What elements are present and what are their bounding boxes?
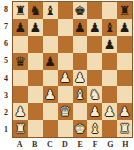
piece-white-pawn-a2[interactable]: ♟	[15, 105, 27, 118]
square-a8[interactable]: ♜	[13, 2, 28, 19]
square-h5[interactable]	[117, 53, 132, 70]
file-label-d: D	[57, 138, 72, 150]
square-d1[interactable]	[58, 120, 73, 137]
piece-black-pawn-c5[interactable]: ♟	[44, 54, 56, 67]
square-c1[interactable]	[43, 120, 58, 137]
rank-labels: 87654321	[0, 1, 12, 138]
square-g3[interactable]	[102, 86, 117, 103]
square-h6[interactable]	[117, 36, 132, 53]
square-a6[interactable]	[13, 36, 28, 53]
square-f2[interactable]: ♟	[87, 103, 102, 120]
square-e8[interactable]: ♚	[73, 2, 88, 19]
square-b1[interactable]	[28, 120, 43, 137]
square-g2[interactable]: ♟	[102, 103, 117, 120]
piece-white-pawn-c3[interactable]: ♟	[44, 88, 56, 101]
piece-white-queen-d2[interactable]: ♛	[59, 105, 71, 118]
rank-label-3: 3	[0, 87, 12, 104]
piece-white-pawn-d4[interactable]: ♟	[59, 71, 71, 84]
square-c4[interactable]	[43, 70, 58, 87]
square-b4[interactable]	[28, 70, 43, 87]
square-a1[interactable]: ♜	[13, 120, 28, 137]
square-f4[interactable]	[87, 70, 102, 87]
chess-diagram: 87654321 ♜♞♝♚♜♟♟♟♟♝♟♟♛♟♟♟♟♝♞♟♛♟♟♟♜♚♝♜ AB…	[0, 0, 134, 150]
piece-black-pawn-g6[interactable]: ♟	[104, 37, 116, 50]
piece-white-rook-a1[interactable]: ♜	[15, 122, 27, 135]
square-a3[interactable]	[13, 86, 28, 103]
square-g7[interactable]: ♝	[102, 19, 117, 36]
square-g5[interactable]	[102, 53, 117, 70]
rank-label-5: 5	[0, 52, 12, 69]
piece-white-pawn-g2[interactable]: ♟	[104, 105, 116, 118]
square-b2[interactable]	[28, 103, 43, 120]
square-f5[interactable]	[87, 53, 102, 70]
rank-label-6: 6	[0, 35, 12, 52]
square-h1[interactable]: ♜	[117, 120, 132, 137]
square-c8[interactable]: ♝	[43, 2, 58, 19]
piece-black-rook-a8[interactable]: ♜	[15, 3, 27, 16]
piece-white-pawn-e4[interactable]: ♟	[74, 71, 86, 84]
square-e2[interactable]	[73, 103, 88, 120]
piece-white-rook-h1[interactable]: ♜	[119, 122, 131, 135]
square-b8[interactable]: ♞	[28, 2, 43, 19]
file-label-a: A	[12, 138, 27, 150]
square-e4[interactable]: ♟	[73, 70, 88, 87]
piece-black-rook-h8[interactable]: ♜	[119, 3, 131, 16]
square-d8[interactable]	[58, 2, 73, 19]
rank-label-2: 2	[0, 104, 12, 121]
square-f1[interactable]: ♝	[87, 120, 102, 137]
square-e7[interactable]: ♟	[73, 19, 88, 36]
rank-label-8: 8	[0, 1, 12, 18]
square-c5[interactable]: ♟	[43, 53, 58, 70]
square-f6[interactable]	[87, 36, 102, 53]
square-b6[interactable]	[28, 36, 43, 53]
square-d6[interactable]	[58, 36, 73, 53]
piece-black-pawn-f7[interactable]: ♟	[89, 20, 101, 33]
square-a5[interactable]: ♛	[13, 53, 28, 70]
file-label-b: B	[27, 138, 42, 150]
piece-black-bishop-c8[interactable]: ♝	[44, 3, 56, 16]
piece-black-pawn-b7[interactable]: ♟	[29, 20, 41, 33]
piece-black-knight-b8[interactable]: ♞	[29, 3, 41, 16]
chess-board[interactable]: ♜♞♝♚♜♟♟♟♟♝♟♟♛♟♟♟♟♝♞♟♛♟♟♟♜♚♝♜	[12, 1, 133, 138]
piece-white-bishop-f1[interactable]: ♝	[89, 122, 101, 135]
file-label-h: H	[118, 138, 133, 150]
piece-black-pawn-e7[interactable]: ♟	[74, 20, 86, 33]
square-d3[interactable]	[58, 86, 73, 103]
square-a7[interactable]: ♟	[13, 19, 28, 36]
rank-label-7: 7	[0, 18, 12, 35]
square-h2[interactable]: ♟	[117, 103, 132, 120]
piece-black-pawn-h7[interactable]: ♟	[119, 20, 131, 33]
square-e5[interactable]	[73, 53, 88, 70]
square-d5[interactable]	[58, 53, 73, 70]
piece-black-pawn-a7[interactable]: ♟	[15, 20, 27, 33]
square-e3[interactable]: ♝	[73, 86, 88, 103]
piece-white-pawn-h2[interactable]: ♟	[119, 105, 131, 118]
square-e1[interactable]: ♚	[73, 120, 88, 137]
square-h3[interactable]	[117, 86, 132, 103]
square-g1[interactable]	[102, 120, 117, 137]
file-label-f: F	[88, 138, 103, 150]
square-h7[interactable]: ♟	[117, 19, 132, 36]
file-labels: ABCDEFGH	[12, 138, 133, 150]
square-f8[interactable]	[87, 2, 102, 19]
piece-white-king-e1[interactable]: ♚	[74, 122, 86, 135]
square-c7[interactable]	[43, 19, 58, 36]
square-b7[interactable]: ♟	[28, 19, 43, 36]
piece-black-bishop-g7[interactable]: ♝	[104, 20, 116, 33]
file-label-g: G	[103, 138, 118, 150]
square-d2[interactable]: ♛	[58, 103, 73, 120]
square-d7[interactable]	[58, 19, 73, 36]
file-label-c: C	[42, 138, 57, 150]
square-f7[interactable]: ♟	[87, 19, 102, 36]
file-label-e: E	[73, 138, 88, 150]
square-h4[interactable]	[117, 70, 132, 87]
piece-black-queen-a5[interactable]: ♛	[15, 54, 27, 67]
square-c6[interactable]	[43, 36, 58, 53]
rank-label-4: 4	[0, 70, 12, 87]
piece-white-knight-f3[interactable]: ♞	[89, 88, 101, 101]
square-h8[interactable]: ♜	[117, 2, 132, 19]
square-c3[interactable]: ♟	[43, 86, 58, 103]
square-a4[interactable]	[13, 70, 28, 87]
square-a2[interactable]: ♟	[13, 103, 28, 120]
square-f3[interactable]: ♞	[87, 86, 102, 103]
square-d4[interactable]: ♟	[58, 70, 73, 87]
square-e6[interactable]	[73, 36, 88, 53]
square-g4[interactable]	[102, 70, 117, 87]
rank-label-1: 1	[0, 121, 12, 138]
square-b5[interactable]	[28, 53, 43, 70]
piece-black-king-e8[interactable]: ♚	[74, 3, 86, 16]
piece-white-bishop-e3[interactable]: ♝	[74, 88, 86, 101]
square-b3[interactable]	[28, 86, 43, 103]
square-c2[interactable]	[43, 103, 58, 120]
piece-white-pawn-f2[interactable]: ♟	[89, 105, 101, 118]
square-g8[interactable]	[102, 2, 117, 19]
square-g6[interactable]: ♟	[102, 36, 117, 53]
